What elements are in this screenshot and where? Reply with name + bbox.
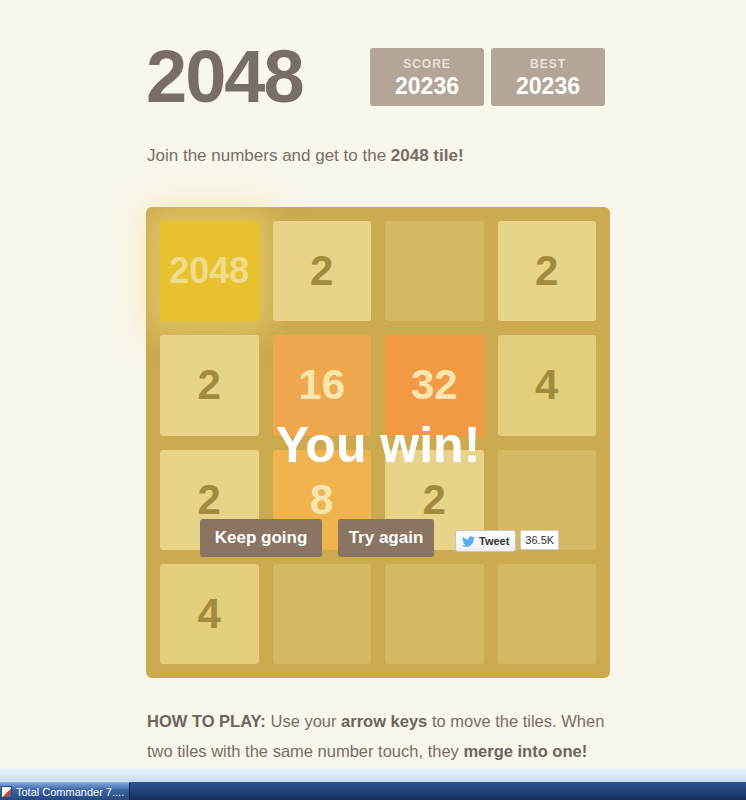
empty-cell — [498, 564, 597, 664]
window-edge — [0, 768, 746, 782]
score-box: SCORE 20236 — [370, 48, 484, 106]
twitter-bird-icon — [462, 535, 475, 548]
keep-going-button[interactable]: Keep going — [200, 519, 322, 557]
empty-cell — [385, 564, 484, 664]
total-commander-icon — [1, 786, 12, 798]
win-message: You win! — [146, 416, 610, 474]
best-label: BEST — [491, 57, 605, 71]
page: 2048 SCORE 20236 BEST 20236 Join the num… — [0, 0, 746, 800]
score-value: 20236 — [370, 73, 484, 100]
score-label: SCORE — [370, 57, 484, 71]
empty-cell — [273, 564, 372, 664]
page-title: 2048 — [146, 40, 303, 114]
try-again-button[interactable]: Try again — [338, 519, 434, 557]
tile-4: 4 — [160, 564, 259, 664]
best-value: 20236 — [491, 73, 605, 100]
intro-text: Join the numbers and get to the 2048 til… — [147, 146, 464, 166]
intro-goal: 2048 tile! — [391, 146, 464, 165]
empty-cell — [385, 221, 484, 321]
tweet-button-label: Tweet — [479, 535, 509, 547]
how-to-play-text: HOW TO PLAY: Use your arrow keys to move… — [147, 706, 627, 766]
tile-2: 2 — [498, 221, 597, 321]
taskbar-button-total-commander[interactable]: Total Commander 7.... — [0, 782, 130, 800]
tweet-count[interactable]: 36.5K — [520, 530, 559, 550]
tile-2048: 2048 — [160, 221, 259, 321]
tweet-widget: Tweet 36.5K — [455, 530, 559, 552]
best-box: BEST 20236 — [491, 48, 605, 106]
score-panel: SCORE 20236 BEST 20236 — [370, 48, 605, 106]
tile-2: 2 — [273, 221, 372, 321]
taskbar-button-label: Total Commander 7.... — [16, 786, 124, 798]
tweet-button[interactable]: Tweet — [455, 530, 516, 552]
windows-taskbar: Total Commander 7.... — [0, 782, 746, 800]
